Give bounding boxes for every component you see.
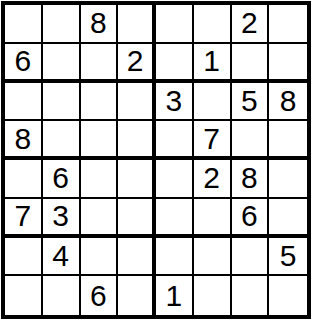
cell-r7c4[interactable] [118, 238, 156, 277]
cell-r2c8[interactable] [269, 44, 307, 83]
cell-r3c6[interactable] [194, 83, 232, 122]
cell-r8c7[interactable] [232, 276, 270, 315]
cell-r7c1[interactable] [5, 238, 43, 277]
cell-r7c6[interactable] [194, 238, 232, 277]
cell-r2c3[interactable] [81, 44, 119, 83]
cell-r1c6[interactable] [194, 5, 232, 44]
cell-r5c4[interactable] [118, 160, 156, 199]
cell-r2c4[interactable]: 2 [118, 44, 156, 83]
cell-r1c5[interactable] [156, 5, 194, 44]
cell-r5c6[interactable]: 2 [194, 160, 232, 199]
cell-r6c1[interactable]: 7 [5, 199, 43, 238]
cell-r7c3[interactable] [81, 238, 119, 277]
cell-r5c3[interactable] [81, 160, 119, 199]
cell-r2c6[interactable]: 1 [194, 44, 232, 83]
cell-r4c6[interactable]: 7 [194, 121, 232, 160]
cell-r8c6[interactable] [194, 276, 232, 315]
cell-r7c2[interactable]: 4 [43, 238, 81, 277]
cell-r4c2[interactable] [43, 121, 81, 160]
cell-r1c8[interactable] [269, 5, 307, 44]
cell-r8c8[interactable] [269, 276, 307, 315]
cell-r3c2[interactable] [43, 83, 81, 122]
cell-r2c1[interactable]: 6 [5, 44, 43, 83]
cell-r5c1[interactable] [5, 160, 43, 199]
cell-r6c4[interactable] [118, 199, 156, 238]
cell-r1c7[interactable]: 2 [232, 5, 270, 44]
cell-r4c5[interactable] [156, 121, 194, 160]
cell-r4c4[interactable] [118, 121, 156, 160]
cell-r6c5[interactable] [156, 199, 194, 238]
cell-r7c8[interactable]: 5 [269, 238, 307, 277]
cell-r3c1[interactable] [5, 83, 43, 122]
cell-r3c7[interactable]: 5 [232, 83, 270, 122]
cell-r4c7[interactable] [232, 121, 270, 160]
cell-r5c2[interactable]: 6 [43, 160, 81, 199]
cell-r5c5[interactable] [156, 160, 194, 199]
cell-r3c3[interactable] [81, 83, 119, 122]
cell-r5c7[interactable]: 8 [232, 160, 270, 199]
cell-r3c5[interactable]: 3 [156, 83, 194, 122]
cell-r2c5[interactable] [156, 44, 194, 83]
cell-r3c4[interactable] [118, 83, 156, 122]
cell-r2c2[interactable] [43, 44, 81, 83]
cell-r7c7[interactable] [232, 238, 270, 277]
cell-r8c3[interactable]: 6 [81, 276, 119, 315]
cell-r2c7[interactable] [232, 44, 270, 83]
cell-r8c4[interactable] [118, 276, 156, 315]
cell-r6c3[interactable] [81, 199, 119, 238]
cell-r8c5[interactable]: 1 [156, 276, 194, 315]
cell-r6c6[interactable] [194, 199, 232, 238]
cell-r6c2[interactable]: 3 [43, 199, 81, 238]
cell-r1c1[interactable] [5, 5, 43, 44]
cell-r8c2[interactable] [43, 276, 81, 315]
cell-r1c2[interactable] [43, 5, 81, 44]
cell-r6c8[interactable] [269, 199, 307, 238]
cell-r3c8[interactable]: 8 [269, 83, 307, 122]
cell-r4c3[interactable] [81, 121, 119, 160]
cell-r8c1[interactable] [5, 276, 43, 315]
cell-r4c8[interactable] [269, 121, 307, 160]
sudoku-page: 82621358876287364561 [0, 0, 312, 320]
cell-r1c4[interactable] [118, 5, 156, 44]
cell-r1c3[interactable]: 8 [81, 5, 119, 44]
cell-r7c5[interactable] [156, 238, 194, 277]
cell-r4c1[interactable]: 8 [5, 121, 43, 160]
cell-r6c7[interactable]: 6 [232, 199, 270, 238]
cell-r5c8[interactable] [269, 160, 307, 199]
sudoku-board: 82621358876287364561 [1, 1, 311, 319]
